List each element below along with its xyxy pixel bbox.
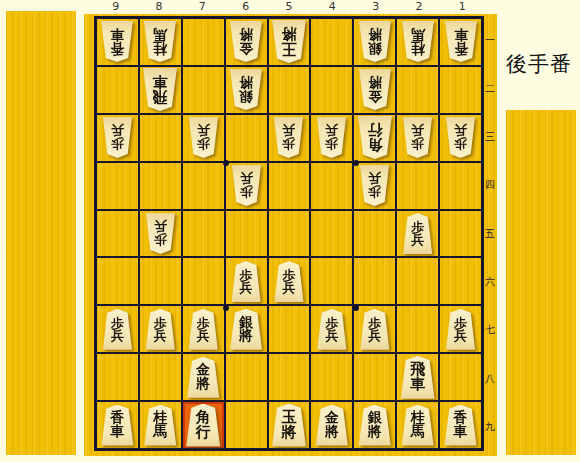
piece-face: 角行 xyxy=(185,404,221,447)
piece-gote[interactable]: 金將 xyxy=(229,21,263,62)
square-32[interactable]: 金將 xyxy=(353,66,396,114)
piece-kanji: 行 xyxy=(196,425,211,440)
sente-komadai xyxy=(6,11,76,455)
piece-gote[interactable]: 歩兵 xyxy=(188,117,219,158)
piece-kanji: 兵 xyxy=(282,282,295,295)
piece-kanji: 兵 xyxy=(282,124,295,137)
rank-label: 八 xyxy=(484,374,496,384)
piece-face: 歩兵 xyxy=(273,261,304,302)
piece-kanji: 兵 xyxy=(154,220,167,233)
piece-kanji: 飛 xyxy=(153,90,168,105)
piece-face: 香車 xyxy=(444,405,478,446)
piece-kanji: 兵 xyxy=(454,124,467,137)
piece-sente[interactable]: 香車 xyxy=(100,405,134,446)
square-51[interactable]: 王將 xyxy=(268,18,311,66)
piece-kanji: 兵 xyxy=(411,234,424,247)
piece-face: 歩兵 xyxy=(316,117,347,158)
piece-kanji: 歩 xyxy=(325,137,338,150)
square-58[interactable] xyxy=(268,353,311,401)
file-label: 5 xyxy=(267,0,310,13)
piece-face: 桂馬 xyxy=(401,405,435,446)
piece-face: 香車 xyxy=(444,21,478,62)
rank-label: 一 xyxy=(484,35,496,45)
piece-kanji: 香 xyxy=(454,42,468,56)
file-label: 7 xyxy=(181,0,224,13)
piece-face: 歩兵 xyxy=(188,117,219,158)
piece-kanji: 將 xyxy=(239,329,253,343)
square-64[interactable]: 歩兵 xyxy=(225,162,268,210)
piece-face: 香車 xyxy=(100,21,134,62)
piece-gote[interactable]: 香車 xyxy=(100,21,134,62)
square-36[interactable] xyxy=(353,257,396,305)
piece-kanji: 金 xyxy=(368,90,382,104)
square-42[interactable] xyxy=(310,66,353,114)
square-81[interactable]: 桂馬 xyxy=(139,18,182,66)
piece-kanji: 角 xyxy=(367,138,382,153)
square-75[interactable] xyxy=(182,210,225,258)
square-63[interactable] xyxy=(225,114,268,162)
piece-sente[interactable]: 玉將 xyxy=(271,404,307,447)
square-65[interactable] xyxy=(225,210,268,258)
turn-indicator: 後手番 xyxy=(500,50,578,78)
piece-kanji: 兵 xyxy=(454,330,467,343)
piece-gote[interactable]: 歩兵 xyxy=(316,117,347,158)
piece-kanji: 兵 xyxy=(111,330,124,343)
piece-kanji: 將 xyxy=(239,76,253,90)
piece-gote[interactable]: 歩兵 xyxy=(102,117,133,158)
square-45[interactable] xyxy=(310,210,353,258)
square-43[interactable]: 歩兵 xyxy=(310,114,353,162)
piece-gote[interactable]: 歩兵 xyxy=(231,165,262,206)
piece-face: 桂馬 xyxy=(143,405,177,446)
piece-kanji: 馬 xyxy=(153,28,167,42)
square-27[interactable] xyxy=(396,305,439,353)
rank-label: 七 xyxy=(484,325,496,335)
piece-kanji: 車 xyxy=(454,425,468,439)
piece-sente[interactable]: 金將 xyxy=(186,357,220,398)
square-91[interactable]: 香車 xyxy=(96,18,139,66)
piece-kanji: 王 xyxy=(281,42,296,57)
piece-kanji: 歩 xyxy=(411,137,424,150)
piece-sente[interactable]: 飛車 xyxy=(400,356,436,399)
piece-face: 銀將 xyxy=(229,69,263,110)
file-label: 8 xyxy=(137,0,180,13)
square-71[interactable] xyxy=(182,18,225,66)
square-97[interactable]: 歩兵 xyxy=(96,305,139,353)
rank-label: 三 xyxy=(484,132,496,142)
piece-face: 銀將 xyxy=(358,405,392,446)
piece-kanji: 將 xyxy=(325,425,339,439)
square-35[interactable] xyxy=(353,210,396,258)
piece-gote[interactable]: 歩兵 xyxy=(145,213,176,254)
file-label: 6 xyxy=(224,0,267,13)
square-48[interactable] xyxy=(310,353,353,401)
piece-face: 歩兵 xyxy=(359,165,390,206)
piece-kanji: 將 xyxy=(239,28,253,42)
square-13[interactable]: 歩兵 xyxy=(439,114,482,162)
file-labels: 987654321 xyxy=(94,0,484,13)
piece-face: 角行 xyxy=(357,116,393,159)
piece-face: 歩兵 xyxy=(231,165,262,206)
piece-sente[interactable]: 歩兵 xyxy=(445,309,476,350)
piece-face: 歩兵 xyxy=(402,117,433,158)
piece-face: 歩兵 xyxy=(102,309,133,350)
piece-kanji: 將 xyxy=(368,28,382,42)
piece-sente[interactable]: 桂馬 xyxy=(143,405,177,446)
piece-gote[interactable]: 角行 xyxy=(357,116,393,159)
square-68[interactable] xyxy=(225,353,268,401)
piece-kanji: 兵 xyxy=(411,124,424,137)
piece-face: 歩兵 xyxy=(445,309,476,350)
piece-gote[interactable]: 銀將 xyxy=(358,21,392,62)
piece-kanji: 將 xyxy=(196,377,210,391)
square-34[interactable]: 歩兵 xyxy=(353,162,396,210)
piece-face: 桂馬 xyxy=(143,21,177,62)
piece-kanji: 車 xyxy=(110,425,124,439)
piece-sente[interactable]: 歩兵 xyxy=(188,309,219,350)
square-83[interactable] xyxy=(139,114,182,162)
square-73[interactable]: 歩兵 xyxy=(182,114,225,162)
piece-kanji: 兵 xyxy=(325,124,338,137)
piece-face: 歩兵 xyxy=(102,117,133,158)
square-56[interactable]: 歩兵 xyxy=(268,257,311,305)
piece-kanji: 兵 xyxy=(111,124,124,137)
piece-kanji: 銀 xyxy=(368,42,382,56)
square-14[interactable] xyxy=(439,162,482,210)
square-18[interactable] xyxy=(439,353,482,401)
piece-kanji: 兵 xyxy=(240,172,253,185)
file-label: 9 xyxy=(94,0,137,13)
piece-sente[interactable]: 歩兵 xyxy=(231,261,262,302)
square-41[interactable] xyxy=(310,18,353,66)
square-33[interactable]: 角行 xyxy=(353,114,396,162)
square-25[interactable]: 歩兵 xyxy=(396,210,439,258)
piece-kanji: 歩 xyxy=(111,137,124,150)
square-24[interactable] xyxy=(396,162,439,210)
piece-face: 歩兵 xyxy=(445,117,476,158)
piece-kanji: 歩 xyxy=(368,185,381,198)
star-point xyxy=(353,160,359,166)
piece-face: 歩兵 xyxy=(231,261,262,302)
star-point xyxy=(353,305,359,311)
square-26[interactable] xyxy=(396,257,439,305)
piece-sente[interactable]: 歩兵 xyxy=(359,309,390,350)
square-72[interactable] xyxy=(182,66,225,114)
rank-label: 六 xyxy=(484,277,496,287)
piece-face: 歩兵 xyxy=(188,309,219,350)
square-99[interactable]: 香車 xyxy=(96,401,139,449)
star-point xyxy=(223,305,229,311)
square-76[interactable] xyxy=(182,257,225,305)
square-61[interactable]: 金將 xyxy=(225,18,268,66)
square-79[interactable]: 角行 xyxy=(182,401,225,449)
piece-sente[interactable]: 歩兵 xyxy=(402,213,433,254)
piece-gote[interactable]: 歩兵 xyxy=(402,117,433,158)
piece-face: 歩兵 xyxy=(316,309,347,350)
square-47[interactable]: 歩兵 xyxy=(310,305,353,353)
square-15[interactable] xyxy=(439,210,482,258)
square-22[interactable] xyxy=(396,66,439,114)
piece-kanji: 兵 xyxy=(197,330,210,343)
square-39[interactable]: 銀將 xyxy=(353,401,396,449)
piece-kanji: 兵 xyxy=(154,330,167,343)
piece-kanji: 歩 xyxy=(197,137,210,150)
piece-gote[interactable]: 王將 xyxy=(271,20,307,63)
square-98[interactable] xyxy=(96,353,139,401)
piece-sente[interactable]: 香車 xyxy=(444,405,478,446)
square-11[interactable]: 香車 xyxy=(439,18,482,66)
square-94[interactable] xyxy=(96,162,139,210)
piece-sente[interactable]: 銀將 xyxy=(229,309,263,350)
square-78[interactable]: 金將 xyxy=(182,353,225,401)
square-44[interactable] xyxy=(310,162,353,210)
piece-gote[interactable]: 桂馬 xyxy=(143,21,177,62)
square-55[interactable] xyxy=(268,210,311,258)
piece-face: 歩兵 xyxy=(145,213,176,254)
square-23[interactable]: 歩兵 xyxy=(396,114,439,162)
piece-kanji: 將 xyxy=(281,425,296,440)
square-46[interactable] xyxy=(310,257,353,305)
piece-kanji: 將 xyxy=(281,27,296,42)
file-label: 2 xyxy=(397,0,440,13)
square-37[interactable]: 歩兵 xyxy=(353,305,396,353)
file-label: 4 xyxy=(311,0,354,13)
rank-label: 九 xyxy=(484,422,496,432)
piece-kanji: 歩 xyxy=(282,137,295,150)
square-93[interactable]: 歩兵 xyxy=(96,114,139,162)
square-62[interactable]: 銀將 xyxy=(225,66,268,114)
square-59[interactable]: 玉將 xyxy=(268,401,311,449)
square-49[interactable]: 金將 xyxy=(310,401,353,449)
piece-kanji: 兵 xyxy=(197,124,210,137)
board-grid: 香車桂馬金將王將銀將桂馬香車飛車銀將金將歩兵歩兵歩兵歩兵角行歩兵歩兵歩兵歩兵歩兵… xyxy=(94,16,484,451)
piece-gote[interactable]: 歩兵 xyxy=(445,117,476,158)
piece-sente[interactable]: 歩兵 xyxy=(316,309,347,350)
piece-face: 銀將 xyxy=(229,309,263,350)
piece-gote[interactable]: 歩兵 xyxy=(273,117,304,158)
piece-face: 歩兵 xyxy=(402,213,433,254)
file-label: 1 xyxy=(441,0,484,13)
piece-kanji: 桂 xyxy=(411,42,425,56)
piece-kanji: 桂 xyxy=(153,42,167,56)
square-85[interactable]: 歩兵 xyxy=(139,210,182,258)
rank-label: 五 xyxy=(484,229,496,239)
piece-kanji: 馬 xyxy=(411,28,425,42)
piece-face: 飛車 xyxy=(400,356,436,399)
piece-sente[interactable]: 角行 xyxy=(185,404,221,447)
rank-label: 二 xyxy=(484,84,496,94)
square-31[interactable]: 銀將 xyxy=(353,18,396,66)
square-29[interactable]: 桂馬 xyxy=(396,401,439,449)
piece-sente[interactable]: 歩兵 xyxy=(102,309,133,350)
square-96[interactable] xyxy=(96,257,139,305)
square-66[interactable]: 歩兵 xyxy=(225,257,268,305)
piece-kanji: 車 xyxy=(153,75,168,90)
piece-sente[interactable]: 銀將 xyxy=(358,405,392,446)
square-12[interactable] xyxy=(439,66,482,114)
square-17[interactable]: 歩兵 xyxy=(439,305,482,353)
piece-kanji: 歩 xyxy=(454,137,467,150)
piece-face: 歩兵 xyxy=(359,309,390,350)
rank-label: 四 xyxy=(484,180,496,190)
piece-face: 歩兵 xyxy=(273,117,304,158)
piece-kanji: 歩 xyxy=(154,232,167,245)
rank-labels: 一二三四五六七八九 xyxy=(484,16,496,451)
piece-sente[interactable]: 金將 xyxy=(315,405,349,446)
piece-face: 桂馬 xyxy=(401,21,435,62)
piece-kanji: 兵 xyxy=(368,330,381,343)
square-16[interactable] xyxy=(439,257,482,305)
piece-kanji: 車 xyxy=(454,28,468,42)
file-label: 3 xyxy=(354,0,397,13)
square-54[interactable] xyxy=(268,162,311,210)
square-82[interactable]: 飛車 xyxy=(139,66,182,114)
piece-gote[interactable]: 歩兵 xyxy=(359,165,390,206)
square-77[interactable]: 歩兵 xyxy=(182,305,225,353)
piece-sente[interactable]: 桂馬 xyxy=(401,405,435,446)
piece-kanji: 香 xyxy=(110,42,124,56)
square-19[interactable]: 香車 xyxy=(439,401,482,449)
piece-gote[interactable]: 桂馬 xyxy=(401,21,435,62)
piece-kanji: 銀 xyxy=(239,90,253,104)
piece-kanji: 車 xyxy=(110,28,124,42)
square-88[interactable] xyxy=(139,353,182,401)
shogi-board: 香車桂馬金將王將銀將桂馬香車飛車銀將金將歩兵歩兵歩兵歩兵角行歩兵歩兵歩兵歩兵歩兵… xyxy=(84,14,497,456)
piece-gote[interactable]: 香車 xyxy=(444,21,478,62)
piece-kanji: 將 xyxy=(368,425,382,439)
gote-komadai xyxy=(506,110,576,455)
piece-sente[interactable]: 歩兵 xyxy=(273,261,304,302)
piece-face: 金將 xyxy=(186,357,220,398)
shogi-app: 987654321 香車桂馬金將王將銀將桂馬香車飛車銀將金將歩兵歩兵歩兵歩兵角行… xyxy=(0,0,580,462)
square-57[interactable] xyxy=(268,305,311,353)
piece-face: 銀將 xyxy=(358,21,392,62)
square-92[interactable] xyxy=(96,66,139,114)
square-87[interactable]: 歩兵 xyxy=(139,305,182,353)
piece-sente[interactable]: 歩兵 xyxy=(145,309,176,350)
piece-kanji: 金 xyxy=(239,42,253,56)
piece-face: 王將 xyxy=(271,20,307,63)
piece-kanji: 兵 xyxy=(325,330,338,343)
square-86[interactable] xyxy=(139,257,182,305)
piece-face: 金將 xyxy=(358,69,392,110)
piece-kanji: 馬 xyxy=(153,425,167,439)
piece-kanji: 歩 xyxy=(240,185,253,198)
piece-face: 香車 xyxy=(100,405,134,446)
piece-face: 金將 xyxy=(229,21,263,62)
square-38[interactable] xyxy=(353,353,396,401)
square-67[interactable]: 銀將 xyxy=(225,305,268,353)
square-84[interactable] xyxy=(139,162,182,210)
square-95[interactable] xyxy=(96,210,139,258)
square-53[interactable]: 歩兵 xyxy=(268,114,311,162)
square-89[interactable]: 桂馬 xyxy=(139,401,182,449)
piece-gote[interactable]: 金將 xyxy=(358,69,392,110)
piece-kanji: 兵 xyxy=(368,172,381,185)
square-74[interactable] xyxy=(182,162,225,210)
square-28[interactable]: 飛車 xyxy=(396,353,439,401)
piece-kanji: 行 xyxy=(367,123,382,138)
piece-kanji: 兵 xyxy=(240,282,253,295)
piece-face: 玉將 xyxy=(271,404,307,447)
piece-face: 歩兵 xyxy=(145,309,176,350)
square-21[interactable]: 桂馬 xyxy=(396,18,439,66)
square-69[interactable] xyxy=(225,401,268,449)
square-52[interactable] xyxy=(268,66,311,114)
piece-face: 金將 xyxy=(315,405,349,446)
piece-gote[interactable]: 銀將 xyxy=(229,69,263,110)
star-point xyxy=(223,160,229,166)
piece-gote[interactable]: 飛車 xyxy=(142,68,178,111)
piece-kanji: 將 xyxy=(368,76,382,90)
piece-kanji: 車 xyxy=(410,377,425,392)
piece-face: 飛車 xyxy=(142,68,178,111)
piece-kanji: 馬 xyxy=(411,425,425,439)
